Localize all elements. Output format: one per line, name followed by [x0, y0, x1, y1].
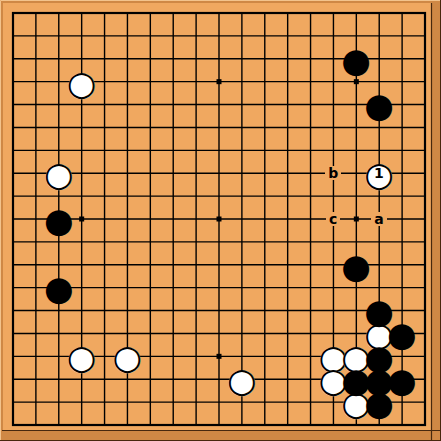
stone-black-r3: ●: [368, 368, 391, 391]
stone-black-c10: ●: [47, 207, 70, 230]
stone-white-r5: ●○: [368, 322, 391, 345]
stone-outline-glyph: ○: [230, 368, 253, 391]
stone-outline-glyph: ○: [116, 345, 139, 368]
board-grid: ●○●○●○1●○●○●○●○●○●○●○●○●●●●●●●●●●●●abc: [2, 2, 437, 414]
point-label-text: b: [325, 166, 341, 180]
stone-white-p3: ●○: [322, 368, 345, 391]
stone-white-r12: ●○1: [368, 162, 391, 185]
stone-outline-glyph: ○: [70, 71, 93, 94]
stone-black-s5: ●: [390, 322, 413, 345]
white-stone-glyph: ●: [368, 322, 391, 345]
stone-black-q17: ●: [345, 47, 368, 70]
stone-outline-glyph: ○: [322, 345, 345, 368]
point-label-a: a: [368, 207, 391, 230]
black-stone-glyph: ●: [368, 94, 391, 117]
black-stone-glyph: ●: [47, 277, 70, 300]
point-label-c: c: [322, 207, 345, 230]
stone-black-q3: ●: [345, 368, 368, 391]
stone-outline-glyph: ○: [345, 345, 368, 368]
stone-white-d4: ●○: [70, 345, 93, 368]
white-stone-glyph: ●: [345, 345, 368, 368]
stone-black-r15: ●: [368, 93, 391, 116]
white-stone-glyph: ●: [230, 368, 253, 391]
white-stone-glyph: ●: [116, 345, 139, 368]
stone-white-l3: ●○: [230, 368, 253, 391]
white-stone-glyph: ●: [47, 162, 70, 185]
stone-outline-glyph: ○: [70, 345, 93, 368]
stone-outline-glyph: ○: [368, 322, 391, 345]
stone-outline-glyph: ○: [345, 391, 368, 414]
stone-outline-glyph: ○: [322, 368, 345, 391]
black-stone-glyph: ●: [345, 48, 368, 71]
black-stone-glyph: ●: [390, 368, 413, 391]
point-label-text: a: [371, 212, 386, 226]
black-stone-glyph: ●: [368, 391, 391, 414]
black-stone-glyph: ●: [345, 368, 368, 391]
stone-black-q8: ●: [345, 253, 368, 276]
stone-white-c12: ●○: [47, 162, 70, 185]
white-stone-glyph: ●: [322, 368, 345, 391]
point-label-b: b: [322, 162, 345, 185]
stone-white-p4: ●○: [322, 345, 345, 368]
black-stone-glyph: ●: [47, 208, 70, 231]
stone-white-q4: ●○: [345, 345, 368, 368]
stone-black-r6: ●: [368, 299, 391, 322]
point-label-text: c: [326, 212, 340, 226]
black-stone-glyph: ●: [368, 368, 391, 391]
white-stone-glyph: ●: [322, 345, 345, 368]
go-board-diagram: ●○●○●○1●○●○●○●○●○●○●○●○●●●●●●●●●●●●abc: [0, 0, 441, 441]
stone-outline-glyph: ○: [47, 162, 70, 185]
stone-black-r4: ●: [368, 345, 391, 368]
black-stone-glyph: ●: [368, 345, 391, 368]
move-number: 1: [368, 162, 391, 185]
black-stone-glyph: ●: [345, 254, 368, 277]
white-stone-glyph: ●: [70, 345, 93, 368]
white-stone-glyph: ●: [70, 71, 93, 94]
stone-black-s3: ●: [390, 368, 413, 391]
stone-white-f4: ●○: [116, 345, 139, 368]
stone-black-r2: ●: [368, 390, 391, 413]
stone-black-c7: ●: [47, 276, 70, 299]
white-stone-glyph: ●: [345, 391, 368, 414]
stone-white-q2: ●○: [345, 390, 368, 413]
black-stone-glyph: ●: [368, 299, 391, 322]
stone-white-d16: ●○: [70, 70, 93, 93]
black-stone-glyph: ●: [390, 322, 413, 345]
